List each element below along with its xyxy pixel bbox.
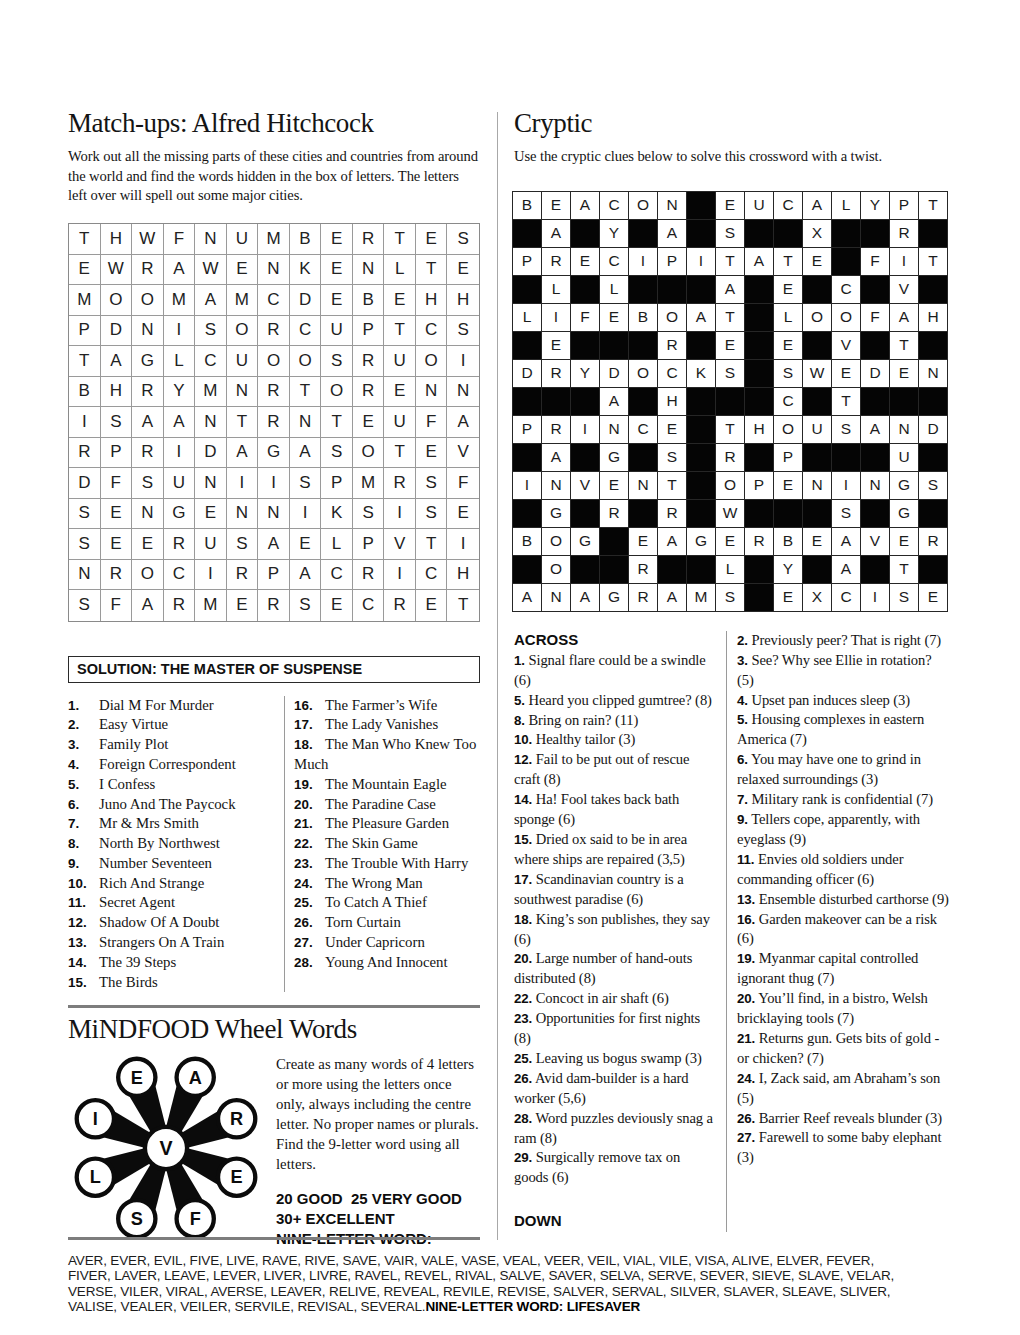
cw-letter-cell: V [832, 332, 861, 360]
ws-cell: A [101, 346, 133, 377]
cw-letter-cell: O [803, 304, 832, 332]
clue: 26. Barrier Reef reveals blunder (3) [737, 1109, 950, 1129]
cw-letter-cell: S [919, 472, 948, 500]
ws-cell: R [258, 407, 290, 438]
movie-item: 8.North By Northwest [68, 834, 278, 854]
ws-cell: R [164, 590, 196, 621]
ws-cell: A [447, 407, 479, 438]
cw-block-cell [919, 556, 948, 584]
ws-cell: M [227, 285, 259, 316]
ws-cell: Y [164, 377, 196, 408]
ws-cell: M [195, 590, 227, 621]
matchups-title: Match-ups: Alfred Hitchcock [68, 108, 480, 138]
cw-letter-cell: C [774, 192, 803, 220]
ws-cell: V [447, 438, 479, 469]
cw-letter-cell: O [629, 192, 658, 220]
cw-block-cell [919, 388, 948, 416]
cw-letter-cell: U [803, 416, 832, 444]
ws-cell: E [416, 590, 448, 621]
ws-cell: P [353, 529, 385, 560]
cw-letter-cell: O [658, 304, 687, 332]
cw-letter-cell: E [919, 584, 948, 612]
cw-block-cell [745, 388, 774, 416]
cw-letter-cell: P [890, 192, 919, 220]
clue: 5. Housing complexes in eastern America … [737, 710, 950, 750]
cw-letter-cell: I [832, 472, 861, 500]
cw-letter-cell: I [513, 472, 542, 500]
cw-letter-cell: F [861, 248, 890, 276]
ws-cell: T [321, 407, 353, 438]
ws-cell: W [132, 224, 164, 255]
down-clues-column: 2. Previously peer? That is right (7)3. … [726, 631, 950, 1232]
ws-cell: N [258, 255, 290, 286]
cw-letter-cell: N [629, 472, 658, 500]
cw-block-cell [832, 220, 861, 248]
left-column-bottom-rule [68, 1237, 480, 1240]
ws-cell: O [416, 346, 448, 377]
ws-cell: R [258, 377, 290, 408]
cw-letter-cell: P [513, 416, 542, 444]
cw-letter-cell: O [716, 472, 745, 500]
cw-block-cell [803, 444, 832, 472]
cw-block-cell [542, 388, 571, 416]
wheel-outer-letter: F [190, 1209, 201, 1229]
cw-letter-cell: T [716, 304, 745, 332]
cw-letter-cell: T [832, 388, 861, 416]
movie-item: 4.Foreign Correspondent [68, 755, 278, 775]
ws-cell: M [258, 224, 290, 255]
ws-cell: E [195, 499, 227, 530]
cw-letter-cell: C [832, 276, 861, 304]
cw-letter-cell: L [716, 556, 745, 584]
movie-item: 27.Under Capricorn [294, 933, 480, 953]
cw-letter-cell: A [513, 584, 542, 612]
wheel-words-diagram: EAIRLESFV [68, 1050, 264, 1246]
ws-cell: U [227, 224, 259, 255]
ws-cell: U [384, 346, 416, 377]
ws-cell: O [227, 316, 259, 347]
cw-block-cell [687, 416, 716, 444]
cw-block-cell [571, 444, 600, 472]
wheel-outer-letter: R [230, 1109, 243, 1129]
cw-block-cell [513, 556, 542, 584]
cw-block-cell [629, 276, 658, 304]
ws-cell: H [101, 224, 133, 255]
cw-letter-cell: S [716, 220, 745, 248]
cw-letter-cell: T [919, 248, 948, 276]
ws-cell: S [321, 346, 353, 377]
cw-block-cell [571, 556, 600, 584]
cw-letter-cell: G [600, 444, 629, 472]
movie-item: 9.Number Seventeen [68, 854, 278, 874]
clue: 20. You’ll find, in a bistro, Welsh bric… [737, 989, 950, 1029]
ws-cell: N [132, 316, 164, 347]
ws-cell: I [164, 438, 196, 469]
cw-letter-cell: P [513, 248, 542, 276]
ws-cell: P [69, 316, 101, 347]
ws-cell: S [101, 407, 133, 438]
movie-item: 23.The Trouble With Harry [294, 854, 480, 874]
cw-letter-cell: V [571, 472, 600, 500]
ws-cell: S [290, 590, 322, 621]
cw-letter-cell: B [774, 528, 803, 556]
cw-letter-cell: P [658, 248, 687, 276]
cw-letter-cell: A [571, 192, 600, 220]
cw-block-cell [861, 220, 890, 248]
wheel-center-letter: V [159, 1137, 172, 1159]
ws-cell: M [195, 377, 227, 408]
ws-cell: N [447, 377, 479, 408]
ws-cell: A [164, 255, 196, 286]
ws-cell: P [101, 438, 133, 469]
ws-cell: U [321, 316, 353, 347]
ws-cell: I [195, 560, 227, 591]
ws-cell: T [290, 377, 322, 408]
ws-cell: C [416, 316, 448, 347]
ws-cell: O [321, 377, 353, 408]
ws-cell: E [321, 255, 353, 286]
cw-block-cell [687, 500, 716, 528]
cw-letter-cell: L [600, 276, 629, 304]
cw-letter-cell: A [658, 528, 687, 556]
ws-cell: S [69, 590, 101, 621]
cw-letter-cell: E [890, 528, 919, 556]
cw-letter-cell: I [861, 584, 890, 612]
cw-block-cell [571, 500, 600, 528]
cw-letter-cell: D [919, 416, 948, 444]
cw-letter-cell: C [600, 192, 629, 220]
ws-cell: S [195, 316, 227, 347]
cw-letter-cell: X [803, 220, 832, 248]
ws-cell: U [384, 407, 416, 438]
ws-cell: C [258, 285, 290, 316]
wheel-words-instructions: Create as many words of 4 letters or mor… [276, 1054, 480, 1174]
ws-cell: U [164, 468, 196, 499]
ws-cell: E [447, 255, 479, 286]
cw-letter-cell: X [803, 584, 832, 612]
cw-block-cell [687, 220, 716, 248]
cw-block-cell [629, 500, 658, 528]
ws-cell: K [321, 499, 353, 530]
cw-letter-cell: N [658, 192, 687, 220]
cw-block-cell [687, 276, 716, 304]
ws-cell: C [195, 346, 227, 377]
ws-cell: O [258, 346, 290, 377]
cw-letter-cell: C [629, 416, 658, 444]
wheel-outer-letter: I [93, 1109, 98, 1129]
ws-cell: E [101, 529, 133, 560]
clue: 1. Signal flare could be a swindle (6) [514, 651, 718, 691]
ws-cell: D [101, 316, 133, 347]
ws-cell: B [290, 224, 322, 255]
ws-cell: O [353, 438, 385, 469]
down-clues: 2. Previously peer? That is right (7)3. … [737, 631, 950, 1168]
ws-cell: M [69, 285, 101, 316]
cw-letter-cell: W [803, 360, 832, 388]
cw-block-cell [687, 332, 716, 360]
ws-cell: U [227, 346, 259, 377]
clue: 16. Garden makeover can be a risk (6) [737, 910, 950, 950]
clue: 12. Fail to be put out of rescue craft (… [514, 750, 718, 790]
ws-cell: I [69, 407, 101, 438]
clue: 10. Healthy tailor (3) [514, 730, 718, 750]
ws-cell: S [447, 316, 479, 347]
cw-block-cell [745, 276, 774, 304]
ws-cell: S [321, 438, 353, 469]
ws-cell: G [258, 438, 290, 469]
cw-letter-cell: E [716, 192, 745, 220]
ws-cell: F [101, 590, 133, 621]
cw-block-cell [629, 388, 658, 416]
ws-cell: H [447, 560, 479, 591]
cw-letter-cell: N [600, 416, 629, 444]
cw-letter-cell: L [832, 192, 861, 220]
clue: 28. Word puzzles deviously snag a ram (8… [514, 1109, 718, 1149]
ws-cell: M [353, 468, 385, 499]
movie-item: 15.The Birds [68, 973, 278, 993]
movie-item: 16.The Farmer’s Wife [294, 696, 480, 716]
cw-letter-cell: E [658, 416, 687, 444]
ws-cell: T [384, 224, 416, 255]
clue: 14. Ha! Fool takes back bath sponge (6) [514, 790, 718, 830]
cw-letter-cell: E [600, 304, 629, 332]
ws-cell: R [353, 224, 385, 255]
ws-cell: A [164, 407, 196, 438]
movie-item: 18.The Man Who Knew Too Much [294, 735, 480, 775]
ws-cell: T [227, 407, 259, 438]
movie-list-column-1: 1.Dial M For Murder2.Easy Virtue3.Family… [68, 696, 284, 993]
ws-cell: N [227, 377, 259, 408]
cw-letter-cell: R [629, 556, 658, 584]
cw-block-cell [687, 388, 716, 416]
cw-block-cell [919, 332, 948, 360]
cw-letter-cell: R [600, 500, 629, 528]
ws-cell: A [132, 590, 164, 621]
ws-cell: C [353, 590, 385, 621]
clue: 5. Heard you clipped gumtree? (8) [514, 691, 718, 711]
ws-cell: E [227, 255, 259, 286]
cw-letter-cell: L [513, 304, 542, 332]
cw-letter-cell: G [890, 500, 919, 528]
ws-cell: E [384, 377, 416, 408]
ws-cell: A [195, 285, 227, 316]
cw-letter-cell: D [861, 360, 890, 388]
cw-block-cell [629, 332, 658, 360]
cw-letter-cell: Y [774, 556, 803, 584]
cw-letter-cell: A [861, 416, 890, 444]
ws-cell: S [447, 224, 479, 255]
ws-cell: U [195, 529, 227, 560]
cw-block-cell [861, 556, 890, 584]
cw-letter-cell: G [542, 500, 571, 528]
cw-letter-cell: H [658, 388, 687, 416]
ws-cell: A [227, 438, 259, 469]
wheel-words-answer-list: AVER, EVER, EVIL, FIVE, LIVE, RAVE, RIVE… [68, 1253, 958, 1314]
clue: 29. Surgically remove tax on goods (6) [514, 1148, 718, 1188]
cw-block-cell [571, 220, 600, 248]
cw-letter-cell: B [629, 304, 658, 332]
ws-cell: R [132, 438, 164, 469]
cw-letter-cell: P [745, 472, 774, 500]
cw-letter-cell: E [629, 528, 658, 556]
cw-block-cell [890, 388, 919, 416]
clue: 22. Concoct in air shaft (6) [514, 989, 718, 1009]
ws-cell: R [353, 560, 385, 591]
ws-cell: I [227, 468, 259, 499]
cw-block-cell [745, 360, 774, 388]
ws-cell: T [416, 529, 448, 560]
ws-cell: R [101, 560, 133, 591]
cw-block-cell [861, 276, 890, 304]
wheel-outer-letter: L [90, 1167, 101, 1187]
ws-cell: O [290, 346, 322, 377]
ws-cell: R [164, 529, 196, 560]
ws-cell: N [290, 407, 322, 438]
wheel-outer-letter: S [131, 1209, 143, 1229]
ws-cell: I [384, 499, 416, 530]
cw-block-cell [745, 220, 774, 248]
wheel-words-section: MiNDFOOD Wheel Words EAIRLESFV Create as… [68, 1005, 480, 1248]
ws-cell: E [416, 438, 448, 469]
ws-cell: O [101, 285, 133, 316]
cw-letter-cell: Y [600, 220, 629, 248]
ws-cell: T [384, 316, 416, 347]
cw-letter-cell: A [600, 388, 629, 416]
movie-item: 10.Rich And Strange [68, 874, 278, 894]
cw-letter-cell: R [890, 220, 919, 248]
ws-cell: N [227, 499, 259, 530]
cw-block-cell [803, 500, 832, 528]
cw-letter-cell: H [919, 304, 948, 332]
cw-letter-cell: H [745, 416, 774, 444]
ws-cell: H [447, 285, 479, 316]
ws-cell: V [384, 529, 416, 560]
clue: 9. Tellers cope, apparently, with eyegla… [737, 810, 950, 850]
cw-letter-cell: S [658, 444, 687, 472]
ws-cell: A [290, 560, 322, 591]
cw-block-cell [513, 444, 542, 472]
cw-letter-cell: C [774, 388, 803, 416]
ws-cell: E [321, 224, 353, 255]
cw-letter-cell: E [542, 192, 571, 220]
cw-block-cell [861, 332, 890, 360]
movie-item: 1.Dial M For Murder [68, 696, 278, 716]
clue: 24. I, Zack said, am Abraham’s son (5) [737, 1069, 950, 1109]
cw-letter-cell: S [890, 584, 919, 612]
cw-letter-cell: B [513, 192, 542, 220]
ws-cell: C [164, 560, 196, 591]
cw-letter-cell: E [803, 248, 832, 276]
cw-letter-cell: A [687, 304, 716, 332]
ws-cell: E [290, 529, 322, 560]
clue: 26. Avid dam-builder is a hard worker (5… [514, 1069, 718, 1109]
ws-cell: F [447, 468, 479, 499]
cw-letter-cell: V [890, 276, 919, 304]
ws-cell: T [69, 346, 101, 377]
ws-cell: O [132, 560, 164, 591]
movie-item: 14.The 39 Steps [68, 953, 278, 973]
cw-letter-cell: U [890, 444, 919, 472]
ws-cell: R [353, 377, 385, 408]
cw-block-cell [774, 500, 803, 528]
ws-cell: N [258, 499, 290, 530]
clue: 17. Scandinavian country is a southwest … [514, 870, 718, 910]
cw-letter-cell: K [687, 360, 716, 388]
ws-cell: K [290, 255, 322, 286]
cw-letter-cell: S [716, 360, 745, 388]
clue: 11. Envies old soldiers under commanding… [737, 850, 950, 890]
score-good: 20 GOOD 25 VERY GOOD [276, 1189, 480, 1209]
cw-letter-cell: E [774, 472, 803, 500]
cw-letter-cell: O [542, 528, 571, 556]
clue: 21. Returns gun. Gets bits of gold - or … [737, 1029, 950, 1069]
cw-letter-cell: R [542, 360, 571, 388]
cw-letter-cell: G [571, 528, 600, 556]
cw-letter-cell: E [774, 332, 803, 360]
cw-block-cell [745, 500, 774, 528]
cw-letter-cell: U [745, 192, 774, 220]
cw-letter-cell: C [600, 248, 629, 276]
ws-cell: E [353, 407, 385, 438]
cw-letter-cell: O [542, 556, 571, 584]
ws-cell: S [227, 529, 259, 560]
cw-block-cell [513, 388, 542, 416]
cw-letter-cell: L [774, 304, 803, 332]
ws-cell: E [416, 224, 448, 255]
cw-letter-cell: A [716, 276, 745, 304]
ws-cell: B [69, 377, 101, 408]
clue: 8. Bring on rain? (11) [514, 711, 718, 731]
cw-letter-cell: A [571, 584, 600, 612]
cw-letter-cell: T [716, 416, 745, 444]
cw-letter-cell: S [716, 584, 745, 612]
cw-block-cell [745, 304, 774, 332]
cw-letter-cell: M [687, 584, 716, 612]
ws-cell: N [132, 499, 164, 530]
movie-item: 24.The Wrong Man [294, 874, 480, 894]
cw-letter-cell: R [658, 332, 687, 360]
cw-letter-cell: E [716, 332, 745, 360]
ws-cell: D [69, 468, 101, 499]
cw-block-cell [687, 192, 716, 220]
ws-cell: B [353, 285, 385, 316]
cryptic-intro: Use the cryptic clues below to solve thi… [514, 147, 950, 167]
cw-letter-cell: O [774, 416, 803, 444]
cw-block-cell [513, 500, 542, 528]
answer-line-4: VALISE, VEALER, VEILER, SERVILE, REVISAL… [68, 1299, 958, 1314]
ws-cell: E [132, 529, 164, 560]
ws-cell: S [132, 468, 164, 499]
answer-line-3: VERSE, VILER, VIRAL, AVERSE, LEAVER, REL… [68, 1284, 958, 1299]
cw-letter-cell: R [716, 444, 745, 472]
ws-cell: C [290, 316, 322, 347]
clue: 3. See? Why see Ellie in rotation? (5) [737, 651, 950, 691]
cw-letter-cell: A [542, 220, 571, 248]
clue: 23. Opportunities for first nights (8) [514, 1009, 718, 1049]
cw-block-cell [803, 388, 832, 416]
cw-letter-cell: P [774, 444, 803, 472]
movie-item: 3.Family Plot [68, 735, 278, 755]
ws-cell: R [132, 377, 164, 408]
cw-letter-cell: A [890, 304, 919, 332]
cw-block-cell [803, 332, 832, 360]
cw-block-cell [600, 556, 629, 584]
cw-letter-cell: G [890, 472, 919, 500]
cw-letter-cell: O [832, 304, 861, 332]
ws-cell: E [321, 285, 353, 316]
cw-letter-cell: L [542, 276, 571, 304]
cw-block-cell [832, 444, 861, 472]
